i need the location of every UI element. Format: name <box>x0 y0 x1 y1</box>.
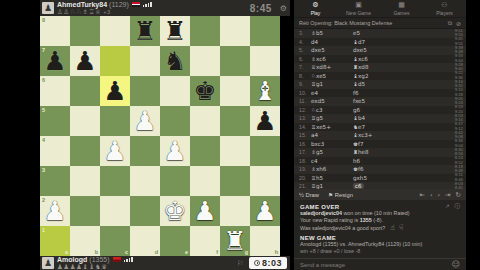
material-advantage: +3 <box>103 9 110 15</box>
square-h4[interactable] <box>250 136 280 166</box>
square-f7[interactable] <box>190 46 220 76</box>
square-g6[interactable] <box>220 76 250 106</box>
nav-last-icon[interactable]: ⇥ <box>445 191 450 199</box>
move-row-20: 20.♖h5gxh58:118:46 <box>294 174 466 183</box>
move-number: 14. <box>299 124 311 130</box>
piece-wP-h2[interactable]: ♟ <box>250 196 280 226</box>
move-row-19: 19.♗xh6♚f68:198:48 <box>294 165 466 174</box>
new-game-icon: ▣ <box>355 1 362 9</box>
thumbs-down-icon[interactable]: ☟ <box>399 224 404 232</box>
white-move[interactable]: ♗g5 <box>311 149 353 155</box>
move-row-17: 17.♗g5♜he88:308:56 <box>294 148 466 157</box>
players-icon: ⚇ <box>441 1 447 9</box>
file-label: a <box>65 249 68 255</box>
piece-bP-h5[interactable]: ♟ <box>250 106 280 136</box>
captured-pieces-bottom: ♟♟♟♟♝♝♞♛ <box>57 264 133 270</box>
square-c7[interactable] <box>100 46 130 76</box>
piece-wP-c4[interactable]: ♟ <box>100 136 130 166</box>
piece-bN-e7[interactable]: ♞ <box>160 46 190 76</box>
settings-gear-icon[interactable]: ⚙ <box>280 4 287 13</box>
opponent-rating: (1129) <box>109 1 129 9</box>
move-row-13: 13.♖g5♝b48:539:16 <box>294 114 466 123</box>
move-number: 18. <box>299 158 311 164</box>
game-controls: ½ Draw ⚑ Resign ⇤ ‹ › ⇥ ↻ <box>294 189 466 200</box>
black-move[interactable]: ♝xc3+ <box>353 132 395 138</box>
square-h2[interactable]: ♟ <box>250 196 280 226</box>
square-c8[interactable] <box>100 16 130 46</box>
square-f3[interactable] <box>190 166 220 196</box>
white-move[interactable]: ♖xe5+ <box>311 124 353 130</box>
square-c2[interactable] <box>100 196 130 226</box>
move-row-11: 11.exd5fxe59:059:24 <box>294 97 466 106</box>
black-move[interactable]: ♚f6 <box>353 166 395 172</box>
square-b8[interactable] <box>70 16 100 46</box>
move-number: 3. <box>299 30 311 36</box>
move-number: 17. <box>299 149 311 155</box>
info-icon[interactable]: ⓘ <box>455 203 461 210</box>
move-number: 12. <box>299 107 311 113</box>
square-e1[interactable]: e <box>160 226 190 256</box>
square-a8[interactable]: 8 <box>40 16 70 46</box>
tab-new-game[interactable]: ▣ New Game <box>337 0 380 17</box>
square-b6[interactable] <box>70 76 100 106</box>
black-move[interactable]: dxe5 <box>353 47 395 53</box>
move-number: 13. <box>299 115 311 121</box>
rank-label: 3 <box>42 167 45 173</box>
piece-wB-h6[interactable]: ♝ <box>250 76 280 106</box>
square-a4[interactable]: 4 <box>40 136 70 166</box>
rank-label: 8 <box>42 17 45 23</box>
square-h1[interactable]: h <box>250 226 280 256</box>
nav-back-icon[interactable]: ‹ <box>430 191 433 199</box>
square-g3[interactable] <box>220 166 250 196</box>
move-number: 16. <box>299 141 311 147</box>
move-row-7: 7.♕xd8+♜xd89:289:40 <box>294 63 466 72</box>
square-g4[interactable] <box>220 136 250 166</box>
move-row-9: 9.♖g1♝d59:169:32 <box>294 80 466 89</box>
player-clock-active: 8:03 <box>249 257 287 269</box>
black-move[interactable]: g6 <box>353 107 395 113</box>
opponent-avatar[interactable]: ♟ <box>42 2 54 14</box>
square-h5[interactable]: ♟ <box>250 106 280 136</box>
square-g1[interactable]: g♜ <box>220 226 250 256</box>
opening-row: Réti Opening: Black Mustang Defense ⧉ ⊘ <box>294 18 466 29</box>
move-number: 5. <box>299 47 311 53</box>
square-f4[interactable] <box>190 136 220 166</box>
captured-pieces-top: ♙♙♘♘♗♖♕+3 <box>57 9 152 16</box>
move-row-5: 5.dxe5dxe59:399:48 <box>294 46 466 55</box>
square-d1[interactable]: d <box>130 226 160 256</box>
square-b1[interactable]: b <box>70 226 100 256</box>
tab-players[interactable]: ⚇ Players <box>423 0 466 17</box>
square-a3[interactable]: 3 <box>40 166 70 196</box>
move-row-14: 14.♖xe5+♞e78:479:12 <box>294 123 466 132</box>
chess-app: ♟ AhmedTurky84 (1129) ♙♙♘♘♗♖♕+3 8:45 ⚙ 8… <box>0 0 480 270</box>
nav-forward-icon[interactable]: › <box>437 191 440 199</box>
player-bar: ♟ Amologd (1355) ♟♟♟♟♝♝♞♛ ⚐ 8:03 <box>40 256 290 270</box>
move-number: 20. <box>299 175 311 181</box>
file-label: f <box>216 249 218 255</box>
file-label: d <box>155 249 158 255</box>
square-d4[interactable] <box>130 136 160 166</box>
square-a1[interactable]: 1a <box>40 226 70 256</box>
square-b4[interactable] <box>70 136 100 166</box>
square-g5[interactable] <box>220 106 250 136</box>
tab-games[interactable]: ▦ Games <box>380 0 423 17</box>
black-move[interactable]: ♝d5 <box>353 81 395 87</box>
move-number: 10. <box>299 90 311 96</box>
tab-play[interactable]: ⚙ Play <box>294 0 337 17</box>
square-e6[interactable] <box>160 76 190 106</box>
move-row-18: 18.c4h68:248:52 <box>294 157 466 166</box>
square-g8[interactable] <box>220 16 250 46</box>
opening-name[interactable]: Réti Opening: Black Mustang Defense <box>299 20 444 26</box>
rank-label: 5 <box>42 107 45 113</box>
black-move[interactable]: ♝xg2 <box>353 73 395 79</box>
square-e5[interactable] <box>160 106 190 136</box>
square-e2[interactable]: ♚ <box>160 196 190 226</box>
good-sport-line: Was saledjordjevic04 a good sport? ☝ ☟ <box>300 224 460 232</box>
square-h6[interactable]: ♝ <box>250 76 280 106</box>
player-avatar[interactable]: ♟ <box>42 257 54 269</box>
move-row-12: 12.♘c3g68:599:20 <box>294 106 466 115</box>
resign-button[interactable]: ⚑ Resign <box>328 192 353 198</box>
square-g7[interactable] <box>220 46 250 76</box>
copy-icon[interactable]: ⧉ <box>448 19 452 27</box>
white-move[interactable]: dxe5 <box>311 47 353 53</box>
rank-label: 1 <box>42 227 45 233</box>
square-c5[interactable] <box>100 106 130 136</box>
piece-bR-e8[interactable]: ♜ <box>160 16 190 46</box>
square-h7[interactable] <box>250 46 280 76</box>
file-label: e <box>185 249 188 255</box>
white-move[interactable]: a4 <box>311 132 353 138</box>
square-c1[interactable]: c <box>100 226 130 256</box>
black-move[interactable]: h6 <box>353 158 395 164</box>
panel-tabs: ⚙ Play ▣ New Game ▦ Games ⚇ Players <box>294 0 466 18</box>
country-flag-icon <box>132 2 140 7</box>
move-number: 9. <box>299 81 311 87</box>
opponent-bar: ♟ AhmedTurky84 (1129) ♙♙♘♘♗♖♕+3 8:45 ⚙ <box>40 0 290 16</box>
square-f5[interactable] <box>190 106 220 136</box>
black-move[interactable]: ♜he8 <box>353 149 395 155</box>
square-c3[interactable] <box>100 166 130 196</box>
black-move[interactable]: ♝d7 <box>353 39 395 45</box>
square-d7[interactable] <box>130 46 160 76</box>
white-move[interactable]: exd5 <box>311 98 353 104</box>
white-move[interactable]: ♗b5 <box>311 30 353 36</box>
move-row-15: 15.a4♝xc3+8:429:08 <box>294 131 466 140</box>
chat-input-row: ☺ <box>294 258 466 270</box>
square-b2[interactable] <box>70 196 100 226</box>
close-icon[interactable]: ⊘ <box>456 20 461 27</box>
white-move[interactable]: d4 <box>311 39 353 45</box>
white-move[interactable]: ♕xd8+ <box>311 64 353 70</box>
nav-cycle-icon[interactable]: ↻ <box>456 191 461 199</box>
clock-icon <box>254 260 260 266</box>
side-panel: ⚙ Play ▣ New Game ▦ Games ⚇ Players Réti… <box>294 0 466 270</box>
move-row-8: 8.♘xe5♝xg29:229:36 <box>294 72 466 81</box>
chat-area: GAME OVER ↗ ⓘ saledjordjevic04 won on ti… <box>294 200 466 258</box>
square-f1[interactable]: f <box>190 226 220 256</box>
signal-bars-icon <box>143 2 152 7</box>
move-row-21: 21.♖g1c68:038:45 <box>294 182 466 189</box>
square-f8[interactable] <box>190 16 220 46</box>
country-flag-icon <box>113 257 121 262</box>
game-over-title: GAME OVER <box>300 204 339 210</box>
piece-wP-f2[interactable]: ♟ <box>190 196 220 226</box>
square-e8[interactable]: ♜ <box>160 16 190 46</box>
square-b5[interactable] <box>70 106 100 136</box>
black-move[interactable]: ♚f7 <box>353 141 395 147</box>
square-a2[interactable]: 2♟ <box>40 196 70 226</box>
square-d3[interactable] <box>130 166 160 196</box>
move-number: 7. <box>299 64 311 70</box>
chat-input[interactable] <box>300 262 452 268</box>
black-move[interactable]: ♞e7 <box>353 124 395 130</box>
game-column: ♟ AhmedTurky84 (1129) ♙♙♘♘♗♖♕+3 8:45 ⚙ 8… <box>40 0 290 270</box>
piece-wP-a2[interactable]: ♟ <box>40 196 70 226</box>
black-move[interactable]: e5 <box>353 30 395 36</box>
piece-wP-d5[interactable]: ♟ <box>130 106 160 136</box>
square-g2[interactable] <box>220 196 250 226</box>
chess-board: 8♜♜7♟♟♞6♟♚♝5♟♟4♟♟32♟♚♟♟1abcdefg♜h <box>40 16 280 256</box>
square-a7[interactable]: 7♟ <box>40 46 70 76</box>
games-icon: ▦ <box>398 1 405 9</box>
white-move[interactable]: ♗xh6 <box>311 166 353 172</box>
square-a5[interactable]: 5 <box>40 106 70 136</box>
draw-button[interactable]: ½ Draw <box>299 192 319 198</box>
piece-wR-g1[interactable]: ♜ <box>220 226 250 256</box>
square-d6[interactable] <box>130 76 160 106</box>
game-result-line: saledjordjevic04 won on time (10 min Rat… <box>300 210 460 217</box>
opponent-clock: 8:45 <box>250 3 272 14</box>
move-number: 19. <box>299 166 311 172</box>
black-move[interactable]: f6 <box>353 90 395 96</box>
move-list: 3.♗b5e59:519:554.d4♝d79:459:515.dxe5dxe5… <box>294 29 466 189</box>
square-f2[interactable]: ♟ <box>190 196 220 226</box>
square-h3[interactable] <box>250 166 280 196</box>
file-label: c <box>125 249 128 255</box>
square-d2[interactable] <box>130 196 160 226</box>
square-e3[interactable] <box>160 166 190 196</box>
piece-wK-e2[interactable]: ♚ <box>160 196 190 226</box>
nav-first-icon[interactable]: ⇤ <box>419 191 424 199</box>
thumbs-up-icon[interactable]: ☝ <box>390 224 395 232</box>
move-number: 6. <box>299 56 311 62</box>
piece-bP-b7[interactable]: ♟ <box>70 46 100 76</box>
piece-bK-f6[interactable]: ♚ <box>190 76 220 106</box>
white-move[interactable]: e4 <box>311 90 353 96</box>
square-f6[interactable]: ♚ <box>190 76 220 106</box>
white-move[interactable]: ♖g5 <box>311 115 353 121</box>
piece-wP-e4[interactable]: ♟ <box>160 136 190 166</box>
flag-icon[interactable]: ⚐ <box>237 259 244 268</box>
move-row-10: 10.e4f69:109:28 <box>294 89 466 98</box>
black-move[interactable]: ♝xc6 <box>353 56 395 62</box>
file-label: b <box>95 249 98 255</box>
black-move[interactable]: gxh5 <box>353 175 395 181</box>
move-row-3: 3.♗b5e59:519:55 <box>294 29 466 38</box>
white-move[interactable]: ♘xe5 <box>311 73 353 79</box>
move-number: 8. <box>299 73 311 79</box>
square-b3[interactable] <box>70 166 100 196</box>
square-e4[interactable]: ♟ <box>160 136 190 166</box>
move-row-6: 6.♗xc6♝xc69:339:44 <box>294 55 466 64</box>
square-d5[interactable]: ♟ <box>130 106 160 136</box>
matchup-line: Amologd (1355) vs. AhmedTurky84 (1129) (… <box>300 241 460 248</box>
white-move[interactable]: c4 <box>311 158 353 164</box>
resign-flag-icon: ⚑ <box>328 192 333 198</box>
white-move[interactable]: ♘c3 <box>311 107 353 113</box>
piece-bR-d8[interactable]: ♜ <box>130 16 160 46</box>
stakes-line: win +8 / draw +0 / lose -8 <box>300 248 460 255</box>
signal-bars-icon <box>124 257 133 262</box>
square-a6[interactable]: 6 <box>40 76 70 106</box>
move-row-16: 16.bxc3♚f78:369:04 <box>294 140 466 149</box>
square-d8[interactable]: ♜ <box>130 16 160 46</box>
square-e7[interactable]: ♞ <box>160 46 190 76</box>
white-move[interactable]: bxc3 <box>311 141 353 147</box>
rank-label: 6 <box>42 77 45 83</box>
black-move[interactable]: ♜xd8 <box>353 64 395 70</box>
emoji-icon[interactable]: ☺ <box>452 260 460 269</box>
square-b7[interactable]: ♟ <box>70 46 100 76</box>
move-times: 8:038:45 <box>455 182 463 189</box>
black-move[interactable]: ♝b4 <box>353 115 395 121</box>
rank-label: 4 <box>42 137 45 143</box>
white-move[interactable]: ♗xc6 <box>311 56 353 62</box>
share-icon[interactable]: ↗ <box>445 203 450 210</box>
black-move[interactable]: fxe5 <box>353 98 395 104</box>
piece-bP-c6[interactable]: ♟ <box>100 76 130 106</box>
rating-line: Your new Rapid rating is 1355 (-8). <box>300 217 460 224</box>
move-row-4: 4.d4♝d79:459:51 <box>294 38 466 47</box>
square-c4[interactable]: ♟ <box>100 136 130 166</box>
white-move[interactable]: ♖g1 <box>311 81 353 87</box>
move-number: 4. <box>299 39 311 45</box>
move-number: 15. <box>299 132 311 138</box>
file-label: h <box>275 249 278 255</box>
square-c6[interactable]: ♟ <box>100 76 130 106</box>
square-h8[interactable] <box>250 16 280 46</box>
play-icon: ⚙ <box>312 1 318 9</box>
move-number: 11. <box>299 98 311 104</box>
white-move[interactable]: ♖h5 <box>311 175 353 181</box>
piece-bP-a7[interactable]: ♟ <box>40 46 70 76</box>
